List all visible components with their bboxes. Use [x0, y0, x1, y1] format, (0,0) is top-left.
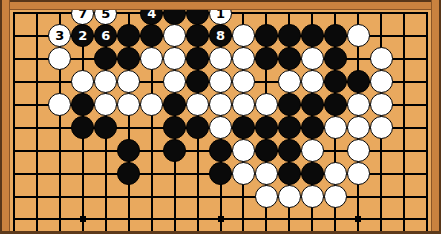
white-stone [48, 47, 71, 70]
black-stone [163, 116, 186, 139]
white-stone [370, 47, 393, 70]
white-stone [347, 139, 370, 162]
white-stone [209, 70, 232, 93]
white-stone [163, 24, 186, 47]
black-stone [255, 24, 278, 47]
white-stone [163, 70, 186, 93]
white-stone [255, 93, 278, 116]
grid-vline [13, 12, 15, 231]
star-point [80, 216, 86, 222]
black-stone [94, 47, 117, 70]
black-stone [324, 47, 347, 70]
white-stone [209, 116, 232, 139]
black-stone [71, 93, 94, 116]
black-stone [301, 162, 324, 185]
grid-vline [403, 12, 405, 231]
black-stone [232, 116, 255, 139]
grid-vline [426, 12, 428, 231]
black-stone [117, 162, 140, 185]
black-stone [186, 24, 209, 47]
star-point [218, 216, 224, 222]
white-stone [209, 47, 232, 70]
black-stone [255, 47, 278, 70]
black-stone [278, 24, 301, 47]
black-stone [209, 139, 232, 162]
white-stone [301, 70, 324, 93]
black-stone [209, 162, 232, 185]
white-stone [347, 116, 370, 139]
black-stone [255, 116, 278, 139]
white-stone [140, 47, 163, 70]
black-stone [301, 93, 324, 116]
black-stone [117, 24, 140, 47]
white-stone [255, 162, 278, 185]
black-stone-6: 6 [94, 24, 117, 47]
black-stone [324, 70, 347, 93]
black-stone [94, 116, 117, 139]
star-point [355, 216, 361, 222]
white-stone [370, 93, 393, 116]
white-stone [347, 24, 370, 47]
black-stone [324, 24, 347, 47]
black-stone [347, 70, 370, 93]
white-stone [117, 93, 140, 116]
white-stone [301, 139, 324, 162]
black-stone [255, 139, 278, 162]
white-stone [324, 116, 347, 139]
white-stone [94, 93, 117, 116]
white-stone [324, 162, 347, 185]
black-stone [301, 116, 324, 139]
black-stone [278, 116, 301, 139]
white-stone [347, 93, 370, 116]
white-stone [48, 93, 71, 116]
black-stone [163, 139, 186, 162]
white-stone [324, 185, 347, 208]
white-stone [163, 47, 186, 70]
white-stone [117, 70, 140, 93]
black-stone-2: 2 [71, 24, 94, 47]
white-stone [278, 185, 301, 208]
white-stone [301, 185, 324, 208]
white-stone [232, 139, 255, 162]
white-stone [301, 47, 324, 70]
board-frame-left [0, 0, 10, 234]
white-stone-3: 3 [48, 24, 71, 47]
white-stone [71, 70, 94, 93]
white-stone [140, 93, 163, 116]
white-stone [232, 47, 255, 70]
white-stone [232, 24, 255, 47]
black-stone [278, 47, 301, 70]
black-stone [186, 47, 209, 70]
black-stone [71, 116, 94, 139]
grid-vline [36, 12, 38, 231]
black-stone [278, 93, 301, 116]
white-stone [255, 185, 278, 208]
board-frame-top [0, 0, 441, 10]
board-frame-bottom [0, 231, 441, 234]
black-stone [324, 93, 347, 116]
white-stone [232, 162, 255, 185]
white-stone [278, 70, 301, 93]
black-stone [140, 24, 163, 47]
white-stone [186, 93, 209, 116]
white-stone [94, 70, 117, 93]
black-stone-8: 8 [209, 24, 232, 47]
white-stone [370, 70, 393, 93]
black-stone [301, 24, 324, 47]
white-stone [232, 70, 255, 93]
black-stone [278, 139, 301, 162]
white-stone [370, 116, 393, 139]
black-stone [117, 139, 140, 162]
white-stone [209, 93, 232, 116]
white-stone [347, 162, 370, 185]
black-stone [186, 70, 209, 93]
black-stone [186, 116, 209, 139]
white-stone [232, 93, 255, 116]
black-stone [163, 93, 186, 116]
board-frame-right [431, 0, 441, 234]
black-stone [117, 47, 140, 70]
go-board-diagram: 75413268 [0, 0, 441, 234]
black-stone [278, 162, 301, 185]
